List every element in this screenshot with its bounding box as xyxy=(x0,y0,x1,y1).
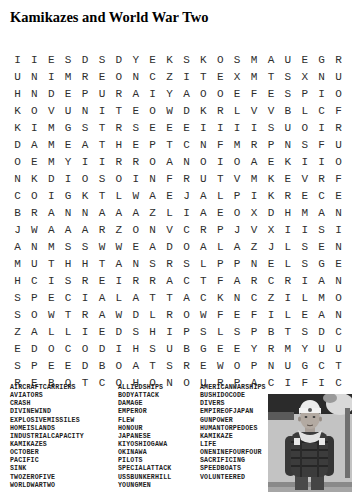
grid-cell-r2c13[interactable]: E xyxy=(212,68,229,85)
grid-cell-r2c11[interactable]: I xyxy=(178,68,195,85)
grid-cell-r4c8[interactable]: E xyxy=(127,102,144,119)
grid-cell-r16c3[interactable]: W xyxy=(43,307,60,324)
grid-cell-r12c15[interactable]: Z xyxy=(246,239,263,256)
grid-cell-r13c14[interactable]: P xyxy=(229,256,246,273)
grid-cell-r7c14[interactable]: O xyxy=(229,153,246,170)
grid-cell-r15c6[interactable]: A xyxy=(93,290,110,307)
grid-cell-r2c9[interactable]: C xyxy=(144,68,161,85)
grid-cell-r7c19[interactable]: I xyxy=(313,153,330,170)
grid-cell-r18c15[interactable]: Y xyxy=(246,341,263,358)
grid-cell-r2c6[interactable]: E xyxy=(93,68,110,85)
grid-cell-r2c4[interactable]: M xyxy=(60,68,77,85)
grid-cell-r2c20[interactable]: U xyxy=(330,68,347,85)
grid-cell-r19c18[interactable]: G xyxy=(296,358,313,375)
grid-cell-r17c1[interactable]: Z xyxy=(9,324,26,341)
grid-cell-r4c9[interactable]: O xyxy=(144,102,161,119)
grid-cell-r13c7[interactable]: A xyxy=(110,256,127,273)
grid-cell-r7c12[interactable]: O xyxy=(195,153,212,170)
grid-cell-r7c16[interactable]: E xyxy=(262,153,279,170)
grid-cell-r7c2[interactable]: E xyxy=(26,153,43,170)
grid-cell-r9c5[interactable]: K xyxy=(77,187,94,204)
grid-cell-r16c15[interactable]: F xyxy=(246,307,263,324)
grid-cell-r17c4[interactable]: L xyxy=(60,324,77,341)
grid-cell-r5c2[interactable]: I xyxy=(26,119,43,136)
grid-cell-r19c9[interactable]: T xyxy=(144,358,161,375)
grid-cell-r1c14[interactable]: S xyxy=(229,51,246,68)
grid-cell-r4c2[interactable]: O xyxy=(26,102,43,119)
grid-cell-r3c9[interactable]: I xyxy=(144,85,161,102)
grid-cell-r10c16[interactable]: D xyxy=(262,204,279,221)
grid-cell-r9c11[interactable]: J xyxy=(178,187,195,204)
grid-cell-r7c15[interactable]: A xyxy=(246,153,263,170)
grid-cell-r16c8[interactable]: D xyxy=(127,307,144,324)
grid-cell-r14c13[interactable]: F xyxy=(212,273,229,290)
grid-cell-r6c10[interactable]: T xyxy=(161,136,178,153)
grid-cell-r14c16[interactable]: C xyxy=(262,273,279,290)
grid-cell-r2c10[interactable]: Z xyxy=(161,68,178,85)
grid-cell-r8c12[interactable]: U xyxy=(195,170,212,187)
grid-cell-r18c7[interactable]: I xyxy=(110,341,127,358)
grid-cell-r1c11[interactable]: S xyxy=(178,51,195,68)
grid-cell-r10c19[interactable]: A xyxy=(313,204,330,221)
grid-cell-r16c18[interactable]: E xyxy=(296,307,313,324)
grid-cell-r9c13[interactable]: L xyxy=(212,187,229,204)
grid-cell-r8c15[interactable]: M xyxy=(246,170,263,187)
grid-cell-r19c19[interactable]: C xyxy=(313,358,330,375)
grid-cell-r12c19[interactable]: E xyxy=(313,239,330,256)
grid-cell-r5c16[interactable]: S xyxy=(262,119,279,136)
grid-cell-r12c17[interactable]: L xyxy=(279,239,296,256)
grid-cell-r3c3[interactable]: D xyxy=(43,85,60,102)
grid-cell-r11c16[interactable]: X xyxy=(262,221,279,238)
grid-cell-r4c4[interactable]: U xyxy=(60,102,77,119)
grid-cell-r14c6[interactable]: E xyxy=(93,273,110,290)
grid-cell-r11c17[interactable]: I xyxy=(279,221,296,238)
grid-cell-r1c3[interactable]: E xyxy=(43,51,60,68)
grid-cell-r5c14[interactable]: I xyxy=(229,119,246,136)
grid-cell-r7c4[interactable]: Y xyxy=(60,153,77,170)
grid-cell-r15c20[interactable]: O xyxy=(330,290,347,307)
grid-cell-r17c14[interactable]: S xyxy=(229,324,246,341)
grid-cell-r18c3[interactable]: O xyxy=(43,341,60,358)
grid-cell-r13c13[interactable]: P xyxy=(212,256,229,273)
grid-cell-r18c4[interactable]: C xyxy=(60,341,77,358)
grid-cell-r13c3[interactable]: T xyxy=(43,256,60,273)
grid-cell-r12c4[interactable]: S xyxy=(60,239,77,256)
grid-cell-r12c14[interactable]: A xyxy=(229,239,246,256)
grid-cell-r10c1[interactable]: B xyxy=(9,204,26,221)
grid-cell-r15c19[interactable]: M xyxy=(313,290,330,307)
grid-cell-r4c20[interactable]: F xyxy=(330,102,347,119)
grid-cell-r4c15[interactable]: V xyxy=(246,102,263,119)
grid-cell-r1c17[interactable]: U xyxy=(279,51,296,68)
grid-cell-r14c7[interactable]: I xyxy=(110,273,127,290)
grid-cell-r5c18[interactable]: O xyxy=(296,119,313,136)
grid-cell-r13c11[interactable]: S xyxy=(178,256,195,273)
grid-cell-r8c8[interactable]: I xyxy=(127,170,144,187)
grid-cell-r10c14[interactable]: O xyxy=(229,204,246,221)
grid-cell-r11c2[interactable]: W xyxy=(26,221,43,238)
grid-cell-r12c10[interactable]: D xyxy=(161,239,178,256)
grid-cell-r3c14[interactable]: E xyxy=(229,85,246,102)
grid-cell-r8c1[interactable]: N xyxy=(9,170,26,187)
grid-cell-r18c14[interactable]: E xyxy=(229,341,246,358)
grid-cell-r8c10[interactable]: F xyxy=(161,170,178,187)
grid-cell-r19c12[interactable]: E xyxy=(195,358,212,375)
grid-cell-r3c19[interactable]: I xyxy=(313,85,330,102)
grid-cell-r17c17[interactable]: T xyxy=(279,324,296,341)
grid-cell-r7c9[interactable]: O xyxy=(144,153,161,170)
grid-cell-r16c1[interactable]: S xyxy=(9,307,26,324)
grid-cell-r13c18[interactable]: S xyxy=(296,256,313,273)
grid-cell-r9c12[interactable]: A xyxy=(195,187,212,204)
grid-cell-r14c12[interactable]: T xyxy=(195,273,212,290)
grid-cell-r12c9[interactable]: A xyxy=(144,239,161,256)
grid-cell-r13c5[interactable]: H xyxy=(77,256,94,273)
grid-cell-r10c10[interactable]: L xyxy=(161,204,178,221)
grid-cell-r7c1[interactable]: O xyxy=(9,153,26,170)
grid-cell-r15c3[interactable]: E xyxy=(43,290,60,307)
grid-cell-r8c3[interactable]: D xyxy=(43,170,60,187)
grid-cell-r16c7[interactable]: W xyxy=(110,307,127,324)
grid-cell-r18c20[interactable]: U xyxy=(330,341,347,358)
grid-cell-r10c5[interactable]: N xyxy=(77,204,94,221)
grid-cell-r17c15[interactable]: P xyxy=(246,324,263,341)
grid-cell-r17c3[interactable]: L xyxy=(43,324,60,341)
grid-cell-r2c7[interactable]: O xyxy=(110,68,127,85)
grid-cell-r13c9[interactable]: S xyxy=(144,256,161,273)
grid-cell-r7c8[interactable]: R xyxy=(127,153,144,170)
grid-cell-r1c16[interactable]: A xyxy=(262,51,279,68)
grid-cell-r16c2[interactable]: O xyxy=(26,307,43,324)
grid-cell-r4c13[interactable]: R xyxy=(212,102,229,119)
grid-cell-r4c16[interactable]: V xyxy=(262,102,279,119)
grid-cell-r15c5[interactable]: I xyxy=(77,290,94,307)
grid-cell-r15c8[interactable]: A xyxy=(127,290,144,307)
grid-cell-r6c11[interactable]: C xyxy=(178,136,195,153)
grid-cell-r3c16[interactable]: E xyxy=(262,85,279,102)
grid-cell-r14c9[interactable]: R xyxy=(144,273,161,290)
grid-cell-r11c11[interactable]: C xyxy=(178,221,195,238)
grid-cell-r5c20[interactable]: R xyxy=(330,119,347,136)
grid-cell-r1c20[interactable]: R xyxy=(330,51,347,68)
grid-cell-r14c19[interactable]: A xyxy=(313,273,330,290)
grid-cell-r5c1[interactable]: K xyxy=(9,119,26,136)
grid-cell-r14c3[interactable]: I xyxy=(43,273,60,290)
grid-cell-r5c10[interactable]: E xyxy=(161,119,178,136)
grid-cell-r14c15[interactable]: R xyxy=(246,273,263,290)
grid-cell-r8c19[interactable]: R xyxy=(313,170,330,187)
grid-cell-r20c17[interactable]: I xyxy=(279,375,296,392)
grid-cell-r18c5[interactable]: O xyxy=(77,341,94,358)
grid-cell-r11c7[interactable]: Z xyxy=(110,221,127,238)
grid-cell-r14c18[interactable]: I xyxy=(296,273,313,290)
grid-cell-r3c8[interactable]: A xyxy=(127,85,144,102)
grid-cell-r9c9[interactable]: A xyxy=(144,187,161,204)
grid-cell-r3c2[interactable]: N xyxy=(26,85,43,102)
grid-cell-r11c13[interactable]: P xyxy=(212,221,229,238)
grid-cell-r17c12[interactable]: S xyxy=(195,324,212,341)
grid-cell-r5c7[interactable]: R xyxy=(110,119,127,136)
grid-cell-r14c5[interactable]: R xyxy=(77,273,94,290)
grid-cell-r8c18[interactable]: V xyxy=(296,170,313,187)
grid-cell-r18c19[interactable]: U xyxy=(313,341,330,358)
grid-cell-r2c5[interactable]: R xyxy=(77,68,94,85)
grid-cell-r13c16[interactable]: E xyxy=(262,256,279,273)
grid-cell-r6c16[interactable]: P xyxy=(262,136,279,153)
grid-cell-r11c5[interactable]: A xyxy=(77,221,94,238)
grid-cell-r20c20[interactable]: C xyxy=(330,375,347,392)
grid-cell-r1c10[interactable]: K xyxy=(161,51,178,68)
grid-cell-r10c15[interactable]: X xyxy=(246,204,263,221)
grid-cell-r5c3[interactable]: M xyxy=(43,119,60,136)
grid-cell-r7c13[interactable]: I xyxy=(212,153,229,170)
grid-cell-r1c19[interactable]: G xyxy=(313,51,330,68)
grid-cell-r20c11[interactable]: O xyxy=(178,375,195,392)
grid-cell-r19c3[interactable]: E xyxy=(43,358,60,375)
grid-cell-r19c1[interactable]: S xyxy=(9,358,26,375)
grid-cell-r2c16[interactable]: T xyxy=(262,68,279,85)
grid-cell-r1c18[interactable]: E xyxy=(296,51,313,68)
grid-cell-r13c1[interactable]: M xyxy=(9,256,26,273)
grid-cell-r12c11[interactable]: O xyxy=(178,239,195,256)
grid-cell-r10c2[interactable]: R xyxy=(26,204,43,221)
grid-cell-r15c1[interactable]: S xyxy=(9,290,26,307)
grid-cell-r1c12[interactable]: K xyxy=(195,51,212,68)
grid-cell-r18c17[interactable]: M xyxy=(279,341,296,358)
grid-cell-r20c19[interactable]: I xyxy=(313,375,330,392)
grid-cell-r18c16[interactable]: R xyxy=(262,341,279,358)
grid-cell-r14c10[interactable]: A xyxy=(161,273,178,290)
grid-cell-r15c9[interactable]: T xyxy=(144,290,161,307)
grid-cell-r9c18[interactable]: E xyxy=(296,187,313,204)
grid-cell-r17c2[interactable]: A xyxy=(26,324,43,341)
grid-cell-r20c18[interactable]: F xyxy=(296,375,313,392)
grid-cell-r1c5[interactable]: D xyxy=(77,51,94,68)
grid-cell-r6c1[interactable]: D xyxy=(9,136,26,153)
grid-cell-r3c17[interactable]: S xyxy=(279,85,296,102)
grid-cell-r17c16[interactable]: B xyxy=(262,324,279,341)
grid-cell-r3c5[interactable]: P xyxy=(77,85,94,102)
grid-cell-r6c2[interactable]: A xyxy=(26,136,43,153)
grid-cell-r15c18[interactable]: L xyxy=(296,290,313,307)
grid-cell-r5c12[interactable]: I xyxy=(195,119,212,136)
grid-cell-r1c9[interactable]: E xyxy=(144,51,161,68)
grid-cell-r18c2[interactable]: D xyxy=(26,341,43,358)
grid-cell-r16c6[interactable]: A xyxy=(93,307,110,324)
grid-cell-r9c10[interactable]: E xyxy=(161,187,178,204)
grid-cell-r6c18[interactable]: S xyxy=(296,136,313,153)
grid-cell-r11c19[interactable]: S xyxy=(313,221,330,238)
grid-cell-r17c9[interactable]: H xyxy=(144,324,161,341)
grid-cell-r9c16[interactable]: K xyxy=(262,187,279,204)
grid-cell-r19c13[interactable]: W xyxy=(212,358,229,375)
grid-cell-r17c6[interactable]: E xyxy=(93,324,110,341)
grid-cell-r8c7[interactable]: O xyxy=(110,170,127,187)
grid-cell-r6c3[interactable]: M xyxy=(43,136,60,153)
grid-cell-r10c12[interactable]: A xyxy=(195,204,212,221)
grid-cell-r2c8[interactable]: N xyxy=(127,68,144,85)
grid-cell-r3c20[interactable]: O xyxy=(330,85,347,102)
grid-cell-r1c4[interactable]: S xyxy=(60,51,77,68)
grid-cell-r13c8[interactable]: N xyxy=(127,256,144,273)
grid-cell-r11c12[interactable]: R xyxy=(195,221,212,238)
grid-cell-r17c18[interactable]: S xyxy=(296,324,313,341)
grid-cell-r4c11[interactable]: D xyxy=(178,102,195,119)
grid-cell-r16c17[interactable]: L xyxy=(279,307,296,324)
grid-cell-r4c7[interactable]: T xyxy=(110,102,127,119)
grid-cell-r6c7[interactable]: H xyxy=(110,136,127,153)
grid-cell-r1c2[interactable]: I xyxy=(26,51,43,68)
grid-cell-r12c20[interactable]: N xyxy=(330,239,347,256)
grid-cell-r8c6[interactable]: S xyxy=(93,170,110,187)
grid-cell-r12c1[interactable]: A xyxy=(9,239,26,256)
grid-cell-r15c13[interactable]: K xyxy=(212,290,229,307)
grid-cell-r1c1[interactable]: I xyxy=(9,51,26,68)
grid-cell-r11c10[interactable]: V xyxy=(161,221,178,238)
grid-cell-r18c9[interactable]: S xyxy=(144,341,161,358)
grid-cell-r5c8[interactable]: S xyxy=(127,119,144,136)
grid-cell-r16c16[interactable]: I xyxy=(262,307,279,324)
grid-cell-r15c15[interactable]: C xyxy=(246,290,263,307)
grid-cell-r12c12[interactable]: A xyxy=(195,239,212,256)
grid-cell-r7c11[interactable]: N xyxy=(178,153,195,170)
grid-cell-r6c9[interactable]: P xyxy=(144,136,161,153)
grid-cell-r4c14[interactable]: L xyxy=(229,102,246,119)
grid-cell-r11c18[interactable]: I xyxy=(296,221,313,238)
grid-cell-r5c13[interactable]: I xyxy=(212,119,229,136)
grid-cell-r2c18[interactable]: X xyxy=(296,68,313,85)
grid-cell-r2c1[interactable]: U xyxy=(9,68,26,85)
grid-cell-r16c13[interactable]: F xyxy=(212,307,229,324)
grid-cell-r10c8[interactable]: A xyxy=(127,204,144,221)
grid-cell-r3c4[interactable]: E xyxy=(60,85,77,102)
grid-cell-r4c18[interactable]: L xyxy=(296,102,313,119)
grid-cell-r13c12[interactable]: L xyxy=(195,256,212,273)
grid-cell-r18c11[interactable]: B xyxy=(178,341,195,358)
grid-cell-r10c6[interactable]: A xyxy=(93,204,110,221)
grid-cell-r5c9[interactable]: E xyxy=(144,119,161,136)
grid-cell-r19c6[interactable]: B xyxy=(93,358,110,375)
grid-cell-r12c5[interactable]: S xyxy=(77,239,94,256)
grid-cell-r15c7[interactable]: L xyxy=(110,290,127,307)
grid-cell-r18c10[interactable]: U xyxy=(161,341,178,358)
grid-cell-r13c20[interactable]: E xyxy=(330,256,347,273)
grid-cell-r9c3[interactable]: I xyxy=(43,187,60,204)
grid-cell-r6c15[interactable]: R xyxy=(246,136,263,153)
grid-cell-r1c8[interactable]: Y xyxy=(127,51,144,68)
grid-cell-r15c16[interactable]: Z xyxy=(262,290,279,307)
grid-cell-r3c6[interactable]: U xyxy=(93,85,110,102)
grid-cell-r13c15[interactable]: N xyxy=(246,256,263,273)
grid-cell-r4c12[interactable]: K xyxy=(195,102,212,119)
grid-cell-r16c20[interactable]: N xyxy=(330,307,347,324)
grid-cell-r12c18[interactable]: S xyxy=(296,239,313,256)
grid-cell-r6c13[interactable]: F xyxy=(212,136,229,153)
grid-cell-r6c8[interactable]: E xyxy=(127,136,144,153)
grid-cell-r3c1[interactable]: H xyxy=(9,85,26,102)
grid-cell-r11c6[interactable]: R xyxy=(93,221,110,238)
grid-cell-r14c8[interactable]: R xyxy=(127,273,144,290)
grid-cell-r11c9[interactable]: N xyxy=(144,221,161,238)
grid-cell-r19c4[interactable]: E xyxy=(60,358,77,375)
grid-cell-r5c17[interactable]: U xyxy=(279,119,296,136)
grid-cell-r13c4[interactable]: H xyxy=(60,256,77,273)
grid-cell-r15c14[interactable]: N xyxy=(229,290,246,307)
grid-cell-r12c2[interactable]: N xyxy=(26,239,43,256)
grid-cell-r10c13[interactable]: E xyxy=(212,204,229,221)
grid-cell-r7c17[interactable]: K xyxy=(279,153,296,170)
grid-cell-r7c3[interactable]: M xyxy=(43,153,60,170)
grid-cell-r7c7[interactable]: R xyxy=(110,153,127,170)
grid-cell-r8c20[interactable]: F xyxy=(330,170,347,187)
grid-cell-r12c13[interactable]: L xyxy=(212,239,229,256)
grid-cell-r14c4[interactable]: S xyxy=(60,273,77,290)
grid-cell-r8c9[interactable]: N xyxy=(144,170,161,187)
grid-cell-r9c6[interactable]: T xyxy=(93,187,110,204)
grid-cell-r10c18[interactable]: M xyxy=(296,204,313,221)
grid-cell-r16c11[interactable]: O xyxy=(178,307,195,324)
grid-cell-r5c15[interactable]: I xyxy=(246,119,263,136)
grid-cell-r19c2[interactable]: P xyxy=(26,358,43,375)
grid-cell-r2c15[interactable]: M xyxy=(246,68,263,85)
grid-cell-r18c6[interactable]: D xyxy=(93,341,110,358)
grid-cell-r7c20[interactable]: O xyxy=(330,153,347,170)
grid-cell-r9c1[interactable]: C xyxy=(9,187,26,204)
grid-cell-r9c17[interactable]: R xyxy=(279,187,296,204)
grid-cell-r16c14[interactable]: E xyxy=(229,307,246,324)
grid-cell-r8c5[interactable]: O xyxy=(77,170,94,187)
grid-cell-r12c6[interactable]: W xyxy=(93,239,110,256)
grid-cell-r3c10[interactable]: Y xyxy=(161,85,178,102)
grid-cell-r11c1[interactable]: J xyxy=(9,221,26,238)
grid-cell-r10c7[interactable]: A xyxy=(110,204,127,221)
grid-cell-r10c4[interactable]: N xyxy=(60,204,77,221)
grid-cell-r3c11[interactable]: A xyxy=(178,85,195,102)
grid-cell-r20c6[interactable]: C xyxy=(93,375,110,392)
grid-cell-r12c8[interactable]: E xyxy=(127,239,144,256)
grid-cell-r9c8[interactable]: W xyxy=(127,187,144,204)
grid-cell-r14c11[interactable]: C xyxy=(178,273,195,290)
grid-cell-r9c19[interactable]: C xyxy=(313,187,330,204)
grid-cell-r3c13[interactable]: O xyxy=(212,85,229,102)
grid-cell-r5c5[interactable]: S xyxy=(77,119,94,136)
grid-cell-r4c5[interactable]: N xyxy=(77,102,94,119)
grid-cell-r1c7[interactable]: D xyxy=(110,51,127,68)
grid-cell-r14c14[interactable]: A xyxy=(229,273,246,290)
grid-cell-r1c13[interactable]: O xyxy=(212,51,229,68)
grid-cell-r11c3[interactable]: A xyxy=(43,221,60,238)
grid-cell-r11c14[interactable]: J xyxy=(229,221,246,238)
grid-cell-r1c6[interactable]: S xyxy=(93,51,110,68)
grid-cell-r9c4[interactable]: G xyxy=(60,187,77,204)
grid-cell-r15c17[interactable]: I xyxy=(279,290,296,307)
grid-cell-r2c17[interactable]: S xyxy=(279,68,296,85)
grid-cell-r8c14[interactable]: V xyxy=(229,170,246,187)
grid-cell-r17c11[interactable]: P xyxy=(178,324,195,341)
grid-cell-r10c3[interactable]: A xyxy=(43,204,60,221)
grid-cell-r3c12[interactable]: O xyxy=(195,85,212,102)
grid-cell-r6c19[interactable]: F xyxy=(313,136,330,153)
grid-cell-r17c20[interactable]: C xyxy=(330,324,347,341)
grid-cell-r13c6[interactable]: T xyxy=(93,256,110,273)
grid-cell-r16c5[interactable]: R xyxy=(77,307,94,324)
grid-cell-r17c13[interactable]: L xyxy=(212,324,229,341)
grid-cell-r8c17[interactable]: E xyxy=(279,170,296,187)
grid-cell-r7c5[interactable]: I xyxy=(77,153,94,170)
grid-cell-r18c8[interactable]: H xyxy=(127,341,144,358)
grid-cell-r6c20[interactable]: U xyxy=(330,136,347,153)
